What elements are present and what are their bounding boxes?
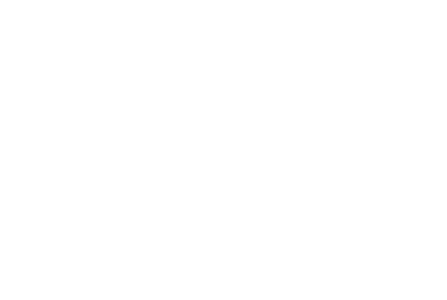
photo-stage <box>0 0 447 300</box>
chess-board[interactable] <box>0 0 447 300</box>
